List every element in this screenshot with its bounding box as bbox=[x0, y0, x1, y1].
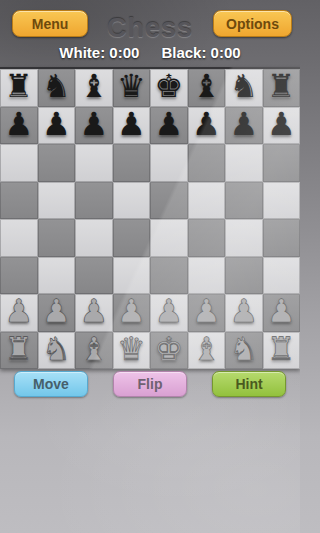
square-b6[interactable] bbox=[38, 144, 76, 182]
piece-white-bishop[interactable]: ♝ bbox=[192, 333, 221, 365]
piece-white-bishop[interactable]: ♝ bbox=[79, 333, 108, 365]
clocks: White: 0:00 Black: 0:00 bbox=[0, 44, 300, 61]
square-a2[interactable]: ♟ bbox=[0, 294, 38, 332]
square-f4[interactable] bbox=[188, 219, 226, 257]
piece-black-pawn[interactable]: ♟ bbox=[79, 108, 108, 140]
square-c7[interactable]: ♟ bbox=[75, 107, 113, 145]
piece-black-bishop[interactable]: ♝ bbox=[192, 70, 221, 102]
square-e4[interactable] bbox=[150, 219, 188, 257]
piece-black-king[interactable]: ♚ bbox=[154, 70, 183, 102]
flip-button[interactable]: Flip bbox=[113, 371, 187, 397]
square-b7[interactable]: ♟ bbox=[38, 107, 76, 145]
square-d3[interactable] bbox=[113, 257, 151, 295]
square-c4[interactable] bbox=[75, 219, 113, 257]
piece-black-pawn[interactable]: ♟ bbox=[154, 108, 183, 140]
square-g4[interactable] bbox=[225, 219, 263, 257]
piece-white-queen[interactable]: ♛ bbox=[117, 333, 146, 365]
square-a3[interactable] bbox=[0, 257, 38, 295]
black-clock: Black: 0:00 bbox=[161, 44, 240, 61]
square-h5[interactable] bbox=[263, 182, 301, 220]
square-g3[interactable] bbox=[225, 257, 263, 295]
square-a6[interactable] bbox=[0, 144, 38, 182]
square-b3[interactable] bbox=[38, 257, 76, 295]
square-h4[interactable] bbox=[263, 219, 301, 257]
square-g5[interactable] bbox=[225, 182, 263, 220]
options-button[interactable]: Options bbox=[213, 10, 292, 37]
menu-button[interactable]: Menu bbox=[12, 10, 88, 37]
square-g2[interactable]: ♟ bbox=[225, 294, 263, 332]
piece-black-pawn[interactable]: ♟ bbox=[192, 108, 221, 140]
square-c5[interactable] bbox=[75, 182, 113, 220]
hint-button[interactable]: Hint bbox=[212, 371, 286, 397]
square-g8[interactable]: ♞ bbox=[225, 69, 263, 107]
square-f6[interactable] bbox=[188, 144, 226, 182]
square-c6[interactable] bbox=[75, 144, 113, 182]
square-b2[interactable]: ♟ bbox=[38, 294, 76, 332]
square-e6[interactable] bbox=[150, 144, 188, 182]
piece-black-bishop[interactable]: ♝ bbox=[79, 70, 108, 102]
piece-black-pawn[interactable]: ♟ bbox=[229, 108, 258, 140]
square-c8[interactable]: ♝ bbox=[75, 69, 113, 107]
piece-white-pawn[interactable]: ♟ bbox=[192, 295, 221, 327]
piece-white-knight[interactable]: ♞ bbox=[42, 333, 71, 365]
square-d1[interactable]: ♛ bbox=[113, 332, 151, 370]
square-f8[interactable]: ♝ bbox=[188, 69, 226, 107]
square-g1[interactable]: ♞ bbox=[225, 332, 263, 370]
black-clock-time: 0:00 bbox=[211, 44, 241, 61]
square-d6[interactable] bbox=[113, 144, 151, 182]
move-button[interactable]: Move bbox=[14, 371, 88, 397]
square-d7[interactable]: ♟ bbox=[113, 107, 151, 145]
piece-black-rook[interactable]: ♜ bbox=[4, 70, 33, 102]
piece-black-knight[interactable]: ♞ bbox=[229, 70, 258, 102]
square-g6[interactable] bbox=[225, 144, 263, 182]
square-b8[interactable]: ♞ bbox=[38, 69, 76, 107]
square-f7[interactable]: ♟ bbox=[188, 107, 226, 145]
piece-black-queen[interactable]: ♛ bbox=[117, 70, 146, 102]
square-c3[interactable] bbox=[75, 257, 113, 295]
square-b4[interactable] bbox=[38, 219, 76, 257]
square-c1[interactable]: ♝ bbox=[75, 332, 113, 370]
square-b1[interactable]: ♞ bbox=[38, 332, 76, 370]
piece-white-pawn[interactable]: ♟ bbox=[79, 295, 108, 327]
square-a7[interactable]: ♟ bbox=[0, 107, 38, 145]
piece-white-knight[interactable]: ♞ bbox=[229, 333, 258, 365]
square-e8[interactable]: ♚ bbox=[150, 69, 188, 107]
piece-white-pawn[interactable]: ♟ bbox=[154, 295, 183, 327]
square-e5[interactable] bbox=[150, 182, 188, 220]
white-clock-time: 0:00 bbox=[109, 44, 139, 61]
square-f5[interactable] bbox=[188, 182, 226, 220]
square-e7[interactable]: ♟ bbox=[150, 107, 188, 145]
piece-black-pawn[interactable]: ♟ bbox=[267, 108, 296, 140]
square-d5[interactable] bbox=[113, 182, 151, 220]
square-a5[interactable] bbox=[0, 182, 38, 220]
white-clock: White: 0:00 bbox=[59, 44, 139, 61]
piece-black-pawn[interactable]: ♟ bbox=[117, 108, 146, 140]
piece-black-knight[interactable]: ♞ bbox=[42, 70, 71, 102]
square-h7[interactable]: ♟ bbox=[263, 107, 301, 145]
square-h2[interactable]: ♟ bbox=[263, 294, 301, 332]
square-a1[interactable]: ♜ bbox=[0, 332, 38, 370]
square-g7[interactable]: ♟ bbox=[225, 107, 263, 145]
piece-white-pawn[interactable]: ♟ bbox=[42, 295, 71, 327]
square-a8[interactable]: ♜ bbox=[0, 69, 38, 107]
piece-black-pawn[interactable]: ♟ bbox=[42, 108, 71, 140]
square-d4[interactable] bbox=[113, 219, 151, 257]
square-h8[interactable]: ♜ bbox=[263, 69, 301, 107]
piece-black-rook[interactable]: ♜ bbox=[267, 70, 296, 102]
piece-white-king[interactable]: ♚ bbox=[154, 333, 183, 365]
square-a4[interactable] bbox=[0, 219, 38, 257]
piece-white-pawn[interactable]: ♟ bbox=[229, 295, 258, 327]
square-f1[interactable]: ♝ bbox=[188, 332, 226, 370]
square-c2[interactable]: ♟ bbox=[75, 294, 113, 332]
square-e3[interactable] bbox=[150, 257, 188, 295]
square-h1[interactable]: ♜ bbox=[263, 332, 301, 370]
chess-board: ♜♞♝♛♚♝♞♜♟♟♟♟♟♟♟♟♟♟♟♟♟♟♟♟♜♞♝♛♚♝♞♜ bbox=[0, 67, 300, 369]
square-f3[interactable] bbox=[188, 257, 226, 295]
piece-white-rook[interactable]: ♜ bbox=[4, 333, 33, 365]
piece-white-pawn[interactable]: ♟ bbox=[267, 295, 296, 327]
square-f2[interactable]: ♟ bbox=[188, 294, 226, 332]
piece-white-pawn[interactable]: ♟ bbox=[4, 295, 33, 327]
square-e1[interactable]: ♚ bbox=[150, 332, 188, 370]
square-h6[interactable] bbox=[263, 144, 301, 182]
square-d2[interactable]: ♟ bbox=[113, 294, 151, 332]
square-d8[interactable]: ♛ bbox=[113, 69, 151, 107]
square-e2[interactable]: ♟ bbox=[150, 294, 188, 332]
square-b5[interactable] bbox=[38, 182, 76, 220]
square-h3[interactable] bbox=[263, 257, 301, 295]
piece-white-pawn[interactable]: ♟ bbox=[117, 295, 146, 327]
piece-black-pawn[interactable]: ♟ bbox=[4, 108, 33, 140]
piece-white-rook[interactable]: ♜ bbox=[267, 333, 296, 365]
